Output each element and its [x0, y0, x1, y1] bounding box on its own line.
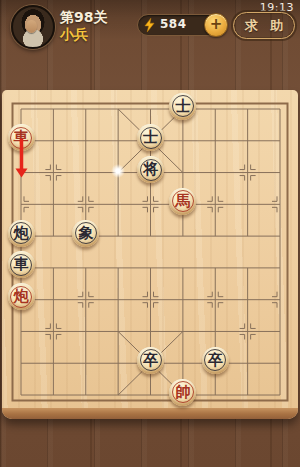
piece-glyph: 象 — [72, 220, 99, 247]
pieces-layer: 車馬炮帥士士将炮象車卒卒 — [0, 0, 300, 467]
sparkle-effect — [111, 164, 125, 178]
piece-red-炮[interactable]: 炮 — [8, 283, 35, 310]
piece-glyph: 将 — [137, 156, 164, 183]
piece-black-車[interactable]: 車 — [8, 251, 35, 278]
piece-glyph: 帥 — [169, 379, 196, 406]
piece-black-士[interactable]: 士 — [169, 93, 196, 120]
piece-glyph: 馬 — [169, 188, 196, 215]
piece-glyph: 炮 — [8, 283, 35, 310]
game-screen: 19:13 第98关 小兵 584 + 求 助 車馬炮帥士士将炮象車卒卒 — [0, 0, 300, 467]
piece-red-馬[interactable]: 馬 — [169, 188, 196, 215]
piece-glyph: 士 — [137, 124, 164, 151]
piece-glyph: 卒 — [202, 347, 229, 374]
piece-glyph: 士 — [169, 93, 196, 120]
piece-red-帥[interactable]: 帥 — [169, 379, 196, 406]
piece-red-車[interactable]: 車 — [8, 124, 35, 151]
piece-glyph: 車 — [8, 124, 35, 151]
piece-black-卒[interactable]: 卒 — [137, 347, 164, 374]
piece-black-卒[interactable]: 卒 — [202, 347, 229, 374]
piece-black-将[interactable]: 将 — [137, 156, 164, 183]
piece-black-象[interactable]: 象 — [72, 220, 99, 247]
piece-black-炮[interactable]: 炮 — [8, 220, 35, 247]
piece-black-士[interactable]: 士 — [137, 124, 164, 151]
piece-glyph: 車 — [8, 251, 35, 278]
piece-glyph: 卒 — [137, 347, 164, 374]
piece-glyph: 炮 — [8, 220, 35, 247]
